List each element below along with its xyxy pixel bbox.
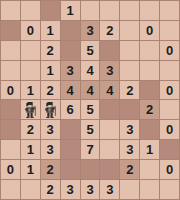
cell-r6c8[interactable]: 0 [160, 120, 180, 140]
cell-r0c0[interactable] [1, 1, 21, 21]
clue-number: 4 [106, 84, 113, 97]
cell-r4c6[interactable]: 2 [120, 81, 140, 101]
clue-number: 4 [66, 84, 73, 97]
cell-r1c8[interactable] [160, 21, 180, 41]
clue-number: 3 [86, 24, 93, 37]
cell-r0c8[interactable] [160, 1, 180, 21]
cell-r3c7[interactable] [140, 61, 160, 81]
cell-r5c7[interactable]: 2 [140, 100, 160, 120]
clue-number: 2 [106, 24, 113, 37]
cell-r9c2[interactable]: 2 [41, 180, 61, 200]
cell-r8c2[interactable]: 2 [41, 160, 61, 180]
clue-number: 3 [126, 143, 133, 156]
clue-number: 2 [27, 123, 34, 136]
clue-number: 0 [166, 123, 173, 136]
cell-r3c8[interactable] [160, 61, 180, 81]
cell-r9c4[interactable]: 3 [81, 180, 101, 200]
clue-number: 1 [146, 143, 153, 156]
cell-r6c2[interactable]: 3 [41, 120, 61, 140]
cell-r6c5[interactable] [100, 120, 120, 140]
cell-r5c0[interactable] [1, 100, 21, 120]
clue-number: 3 [66, 183, 73, 196]
cell-r4c5[interactable]: 4 [100, 81, 120, 101]
cell-r6c1[interactable]: 2 [21, 120, 41, 140]
clue-number: 3 [66, 64, 73, 77]
clue-number: 6 [66, 103, 73, 116]
cell-r6c4[interactable]: 5 [81, 120, 101, 140]
clue-number: 0 [166, 84, 173, 97]
cell-r3c0[interactable] [1, 61, 21, 81]
cell-r2c6[interactable] [120, 41, 140, 61]
cell-r8c4[interactable] [81, 160, 101, 180]
cell-r3c6[interactable] [120, 61, 140, 81]
clue-number: 0 [166, 44, 173, 57]
cell-r4c0[interactable]: 0 [1, 81, 21, 101]
cell-r7c3[interactable] [61, 140, 81, 160]
cell-r2c2[interactable]: 2 [41, 41, 61, 61]
cell-r4c2[interactable]: 2 [41, 81, 61, 101]
cell-r5c5[interactable] [100, 100, 120, 120]
cell-r9c1[interactable] [21, 180, 41, 200]
cell-r1c2[interactable]: 1 [41, 21, 61, 41]
clue-number: 2 [47, 163, 54, 176]
cell-r0c2[interactable] [41, 1, 61, 21]
cell-r3c1[interactable] [21, 61, 41, 81]
cell-r8c8[interactable]: 0 [160, 160, 180, 180]
clue-number: 5 [86, 103, 93, 116]
cell-r1c0[interactable] [1, 21, 21, 41]
cell-r1c3[interactable] [61, 21, 81, 41]
cell-r1c4[interactable]: 3 [81, 21, 101, 41]
cell-r4c1[interactable]: 1 [21, 81, 41, 101]
cell-r9c0[interactable] [1, 180, 21, 200]
cell-r3c4[interactable]: 4 [81, 61, 101, 81]
cell-r4c7[interactable] [140, 81, 160, 101]
cell-r2c8[interactable]: 0 [160, 41, 180, 61]
clue-number: 0 [146, 24, 153, 37]
cell-r7c4[interactable]: 7 [81, 140, 101, 160]
cell-r8c3[interactable] [61, 160, 81, 180]
cell-r6c3[interactable] [61, 120, 81, 140]
cell-r7c0[interactable] [1, 140, 21, 160]
cell-r5c8[interactable] [160, 100, 180, 120]
cell-r9c7[interactable] [140, 180, 160, 200]
cell-r0c7[interactable] [140, 1, 160, 21]
cell-r0c6[interactable] [120, 1, 140, 21]
clue-number: 2 [47, 183, 54, 196]
cell-r1c5[interactable]: 2 [100, 21, 120, 41]
clue-number: 2 [126, 163, 133, 176]
clue-number: 5 [86, 123, 93, 136]
clue-number: 7 [86, 143, 93, 156]
cell-r2c4[interactable]: 5 [81, 41, 101, 61]
cell-r7c7[interactable]: 1 [140, 140, 160, 160]
clue-number: 3 [47, 123, 54, 136]
clue-number: 1 [27, 143, 34, 156]
cell-r5c3[interactable]: 6 [61, 100, 81, 120]
cell-r7c6[interactable]: 3 [120, 140, 140, 160]
puzzle-board: 101320250134301244420 652235301373101220… [0, 0, 180, 200]
cell-r7c5[interactable] [100, 140, 120, 160]
clue-number: 1 [66, 4, 73, 17]
clue-number: 5 [86, 44, 93, 57]
clue-number: 2 [47, 44, 54, 57]
cell-r5c1[interactable] [21, 100, 41, 120]
clue-number: 3 [106, 64, 113, 77]
cell-r1c7[interactable]: 0 [140, 21, 160, 41]
cell-r0c5[interactable] [100, 1, 120, 21]
clue-number: 1 [27, 84, 34, 97]
cell-r8c1[interactable]: 1 [21, 160, 41, 180]
cell-r1c6[interactable] [120, 21, 140, 41]
clue-number: 4 [86, 64, 93, 77]
cell-r8c6[interactable]: 2 [120, 160, 140, 180]
cell-r5c2[interactable] [41, 100, 61, 120]
explorer-sprite [43, 102, 57, 119]
cell-r0c1[interactable] [21, 1, 41, 21]
cell-r3c2[interactable]: 1 [41, 61, 61, 81]
clue-number: 0 [166, 163, 173, 176]
clue-number: 2 [47, 84, 54, 97]
cell-r8c7[interactable] [140, 160, 160, 180]
cell-r4c4[interactable]: 4 [81, 81, 101, 101]
cell-r2c7[interactable] [140, 41, 160, 61]
clue-number: 0 [7, 163, 14, 176]
explorer-sprite [23, 102, 37, 119]
cell-r7c1[interactable]: 1 [21, 140, 41, 160]
cell-r8c5[interactable] [100, 160, 120, 180]
clue-number: 3 [47, 143, 54, 156]
cell-r9c3[interactable]: 3 [61, 180, 81, 200]
cell-r2c5[interactable] [100, 41, 120, 61]
cell-r5c6[interactable] [120, 100, 140, 120]
clue-number: 3 [106, 183, 113, 196]
cell-r6c0[interactable] [1, 120, 21, 140]
cell-r4c3[interactable]: 4 [61, 81, 81, 101]
cell-r0c4[interactable] [81, 1, 101, 21]
cell-r6c7[interactable] [140, 120, 160, 140]
cell-r2c0[interactable] [1, 41, 21, 61]
cell-r9c8[interactable] [160, 180, 180, 200]
clue-number: 0 [7, 84, 14, 97]
cell-r3c5[interactable]: 3 [100, 61, 120, 81]
cell-r1c1[interactable]: 0 [21, 21, 41, 41]
clue-number: 0 [27, 24, 34, 37]
cell-r0c3[interactable]: 1 [61, 1, 81, 21]
cell-r8c0[interactable]: 0 [1, 160, 21, 180]
clue-number: 2 [146, 103, 153, 116]
cell-r7c8[interactable] [160, 140, 180, 160]
clue-number: 3 [126, 123, 133, 136]
cell-r7c2[interactable]: 3 [41, 140, 61, 160]
cell-r9c5[interactable]: 3 [100, 180, 120, 200]
cell-r2c1[interactable] [21, 41, 41, 61]
clue-number: 1 [47, 24, 54, 37]
cell-r9c6[interactable] [120, 180, 140, 200]
clue-number: 1 [47, 64, 54, 77]
clue-number: 2 [126, 84, 133, 97]
cell-r3c3[interactable]: 3 [61, 61, 81, 81]
cell-r5c4[interactable]: 5 [81, 100, 101, 120]
clue-number: 4 [86, 84, 93, 97]
clue-number: 1 [27, 163, 34, 176]
cell-r4c8[interactable]: 0 [160, 81, 180, 101]
cell-r6c6[interactable]: 3 [120, 120, 140, 140]
cell-r2c3[interactable] [61, 41, 81, 61]
clue-number: 3 [86, 183, 93, 196]
